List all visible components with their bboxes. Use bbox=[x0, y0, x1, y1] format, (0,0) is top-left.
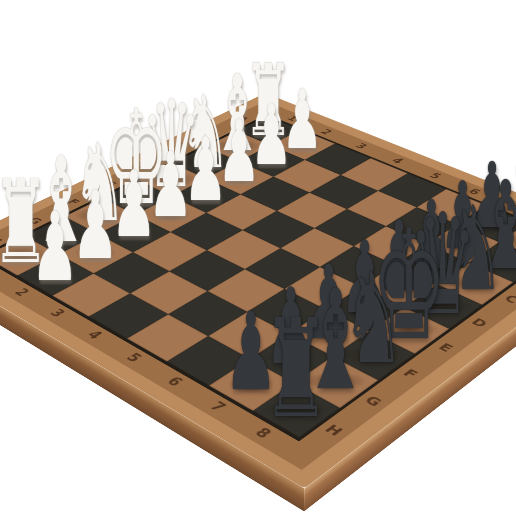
chess-scene: 1122334455667788AABBCCDDEEFFGGHH ♜♝♞♛♚♞♝… bbox=[0, 0, 516, 516]
chessboard: 1122334455667788AABBCCDDEEFFGGHH bbox=[0, 93, 516, 489]
